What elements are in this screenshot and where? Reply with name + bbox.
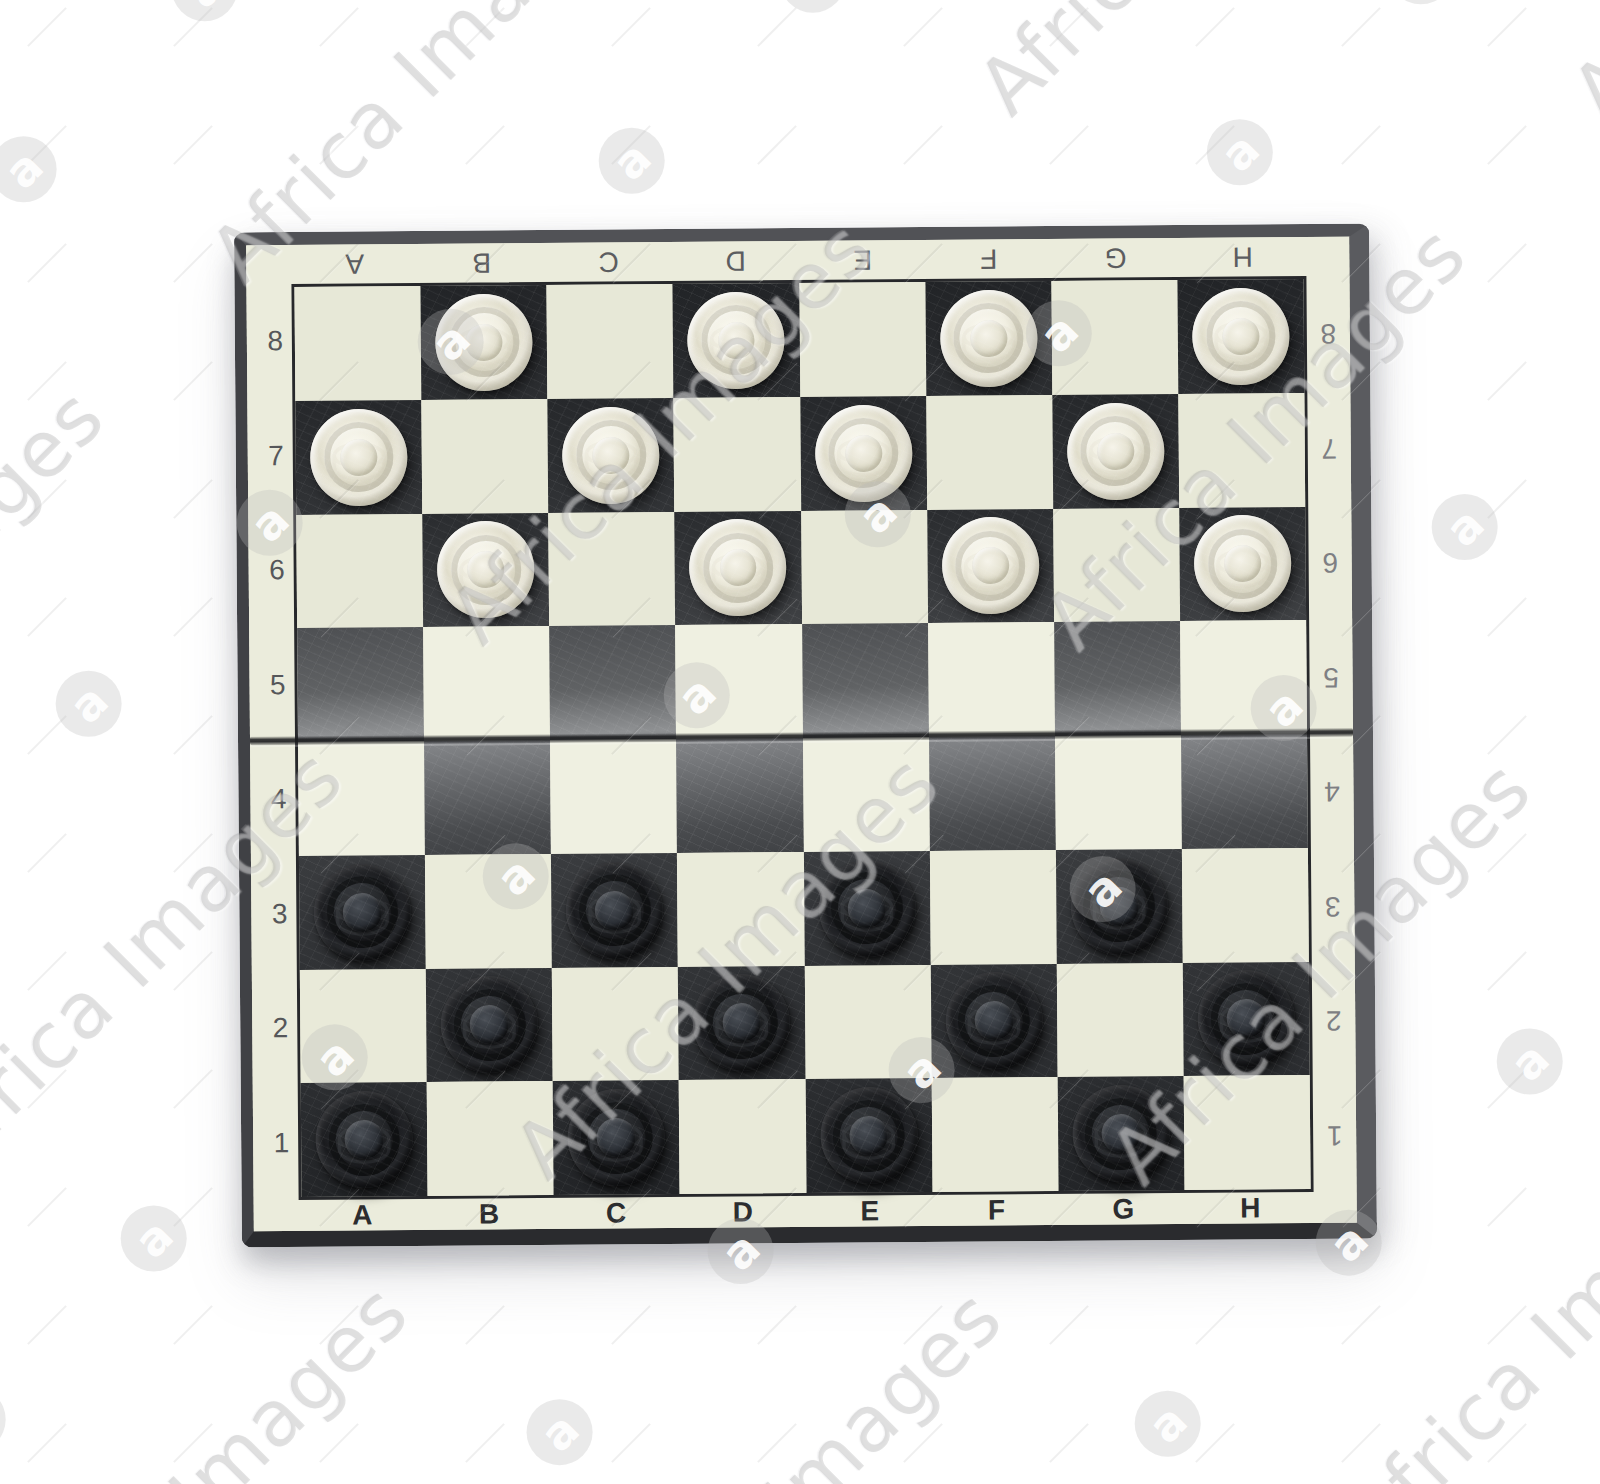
square-C2[interactable] [552,967,679,1082]
scratch-mark [173,1187,213,1227]
rank-label-right-8: 8 [1306,276,1350,391]
scratch-mark [173,361,213,401]
watermark-text: Africa Images [562,1272,1020,1484]
square-D2[interactable]: ⛂ [678,966,805,1081]
scratch-mark [27,951,67,991]
white-checker-H8[interactable]: ⛀ [1192,288,1290,386]
scratch-mark [465,7,505,47]
watermark-logo: a [1418,480,1511,573]
square-A3[interactable]: ⛂ [299,855,426,970]
square-B5[interactable] [423,626,550,741]
white-checker-B6[interactable]: ⛀ [437,521,535,619]
scratch-mark [1487,1069,1527,1109]
square-H3[interactable] [1182,848,1309,963]
watermark-logo: a [585,114,678,207]
scratch-mark [1195,1305,1235,1345]
square-D8[interactable]: ⛀ [673,283,800,398]
scratch-mark [1049,125,1089,165]
scratch-mark [319,1423,359,1463]
file-label-top-F: F [925,239,1052,279]
square-G2[interactable] [1057,963,1184,1078]
square-A2[interactable] [300,968,427,1083]
rank-label-right-5: 5 [1309,619,1353,734]
scratch-mark [27,361,67,401]
file-label-bottom-E: E [806,1195,933,1227]
file-label-top-A: A [291,244,418,284]
watermark-logo: a [1483,1015,1576,1108]
file-label-bottom-G: G [1060,1193,1187,1225]
square-A7[interactable]: ⛀ [295,400,422,515]
square-F4[interactable] [929,736,1056,851]
rank-label-left-8: 8 [246,284,292,399]
rank-label-left-4: 4 [250,742,296,857]
square-D5[interactable] [676,624,803,739]
square-F5[interactable] [928,622,1055,737]
scratch-mark [27,479,67,519]
file-label-bottom-B: B [426,1198,553,1230]
scratch-mark [1487,715,1527,755]
scratch-mark [1487,7,1527,47]
square-G1[interactable]: ⛂ [1057,1076,1184,1191]
square-B2[interactable]: ⛂ [426,967,553,1082]
black-checker-A3[interactable]: ⛂ [314,863,412,961]
watermark-text: Africa Images [0,1266,426,1484]
square-H4[interactable] [1181,734,1308,849]
white-checker-A7[interactable]: ⛀ [310,408,408,506]
square-A6[interactable] [296,514,423,629]
square-C7[interactable]: ⛀ [548,398,675,513]
square-H8[interactable]: ⛀ [1177,279,1304,394]
file-label-bottom-C: C [552,1197,679,1229]
square-G4[interactable] [1055,735,1182,850]
square-H1[interactable] [1184,1075,1311,1190]
black-checker-C3[interactable]: ⛂ [566,861,664,959]
scratch-mark [1195,125,1235,165]
watermark-logo: a [1374,0,1467,18]
checkers-board: ABCDEFGH 87654321 87654321 ABCDEFGH ⛀⛀⛀⛀… [234,224,1377,1248]
white-checker-C7[interactable]: ⛀ [562,406,660,504]
rank-label-right-2: 2 [1312,963,1356,1078]
scratch-mark [1195,1423,1235,1463]
scratch-mark [465,1423,505,1463]
white-checker-B8[interactable]: ⛀ [435,294,533,392]
square-E4[interactable] [803,737,930,852]
square-F6[interactable]: ⛀ [927,509,1054,624]
scratch-mark [173,833,213,873]
scratch-mark [1487,597,1527,637]
square-C4[interactable] [550,739,677,854]
scratch-mark [903,125,943,165]
black-checker-E1[interactable]: ⛂ [820,1087,918,1185]
square-E3[interactable]: ⛂ [803,851,930,966]
square-E2[interactable] [804,965,931,1080]
square-B8[interactable]: ⛀ [421,285,548,400]
scratch-mark [1487,1187,1527,1227]
square-G7[interactable]: ⛀ [1052,394,1179,509]
square-A1[interactable]: ⛂ [301,1082,428,1197]
rank-label-left-6: 6 [248,513,294,628]
square-B7[interactable] [421,399,548,514]
square-H7[interactable] [1178,393,1305,508]
square-G5[interactable] [1054,621,1181,736]
white-checker-H6[interactable]: ⛀ [1194,515,1292,613]
scratch-mark [27,833,67,873]
black-checker-C1[interactable]: ⛂ [568,1089,666,1187]
scratch-mark [1341,1423,1381,1463]
scratch-mark [611,1423,651,1463]
white-checker-D6[interactable]: ⛀ [689,519,787,617]
watermark-logo: a [0,1373,19,1466]
watermark-logo: a [513,1385,606,1478]
black-checker-A1[interactable]: ⛂ [315,1091,413,1189]
scratch-mark [1487,951,1527,991]
scratch-mark [1487,833,1527,873]
square-H2[interactable]: ⛂ [1183,962,1310,1077]
rank-label-left-2: 2 [252,971,298,1086]
square-E7[interactable]: ⛀ [800,396,927,511]
rank-label-right-3: 3 [1311,848,1355,963]
scratch-mark [173,1423,213,1463]
scratch-mark [173,7,213,47]
scratch-mark [27,1069,67,1109]
rank-label-left-5: 5 [249,628,295,743]
watermark-text: Africa Images [961,0,1419,132]
scratch-mark [757,1423,797,1463]
scratch-mark [465,125,505,165]
scratch-mark [611,125,651,165]
scratch-mark [611,1305,651,1345]
rank-label-left-7: 7 [247,399,293,514]
square-H6[interactable]: ⛀ [1179,507,1306,622]
square-C1[interactable]: ⛂ [553,1080,680,1195]
scratch-mark [27,7,67,47]
black-checker-G1[interactable]: ⛂ [1072,1085,1170,1183]
rank-label-right-6: 6 [1308,505,1352,620]
file-label-bottom-H: H [1187,1192,1314,1224]
square-B6[interactable]: ⛀ [422,513,549,628]
scratch-mark [1487,479,1527,519]
scratch-mark [173,597,213,637]
rank-label-right-7: 7 [1307,390,1351,505]
scratch-mark [903,7,943,47]
square-D4[interactable] [676,738,803,853]
square-D7[interactable] [674,397,801,512]
black-checker-F2[interactable]: ⛂ [945,972,1043,1070]
rank-label-right-1: 1 [1313,1077,1357,1192]
file-label-bottom-D: D [679,1196,806,1228]
square-C5[interactable] [549,625,676,740]
watermark-logo: a [1121,1377,1214,1470]
square-A5[interactable] [297,627,424,742]
square-B3[interactable] [425,854,552,969]
square-E1[interactable]: ⛂ [805,1078,932,1193]
square-E8[interactable] [799,282,926,397]
scratch-mark [173,715,213,755]
square-F1[interactable] [931,1077,1058,1192]
scratch-mark [319,125,359,165]
scratch-mark [27,1423,67,1463]
square-F7[interactable] [926,395,1053,510]
watermark-logo: a [1193,106,1286,199]
scratch-mark [27,243,67,283]
scratch-mark [757,125,797,165]
watermark-logo: a [158,0,251,35]
scratch-mark [1341,1305,1381,1345]
scratch-mark [611,7,651,47]
scratch-mark [1049,7,1089,47]
scratch-mark [319,7,359,47]
white-checker-D8[interactable]: ⛀ [687,292,785,390]
scratch-mark [319,1305,359,1345]
watermark-logo: a [107,1192,200,1285]
square-G8[interactable] [1051,280,1178,395]
watermark-logo: a [766,0,859,26]
scratch-mark [1049,1423,1089,1463]
square-C6[interactable] [548,512,675,627]
scratch-mark [757,7,797,47]
scratch-mark [173,243,213,283]
scratch-mark [1341,7,1381,47]
file-label-bottom-A: A [299,1199,426,1231]
watermark-logo: a [0,123,70,216]
black-checker-D2[interactable]: ⛂ [693,974,791,1072]
watermark-text: Africa Images [0,371,122,829]
file-label-top-G: G [1052,238,1179,278]
square-H5[interactable] [1180,620,1307,735]
square-A8[interactable] [294,286,421,401]
scratch-mark [173,125,213,165]
white-checker-E7[interactable]: ⛀ [814,404,912,502]
file-label-top-C: C [545,242,672,282]
scratch-mark [173,1305,213,1345]
rank-label-right-4: 4 [1310,734,1354,849]
scratch-mark [1487,361,1527,401]
rank-label-left-1: 1 [253,1085,299,1200]
file-label-top-H: H [1179,237,1306,277]
watermark-logo: a [42,657,135,750]
square-E5[interactable] [802,623,929,738]
square-G3[interactable]: ⛂ [1056,849,1183,964]
scratch-mark [27,597,67,637]
black-checker-G3[interactable]: ⛂ [1070,857,1168,955]
square-D3[interactable] [677,852,804,967]
rank-label-left-3: 3 [251,857,297,972]
square-E6[interactable] [801,510,928,625]
scratch-mark [173,1069,213,1109]
scratch-mark [903,1423,943,1463]
scratch-mark [757,1305,797,1345]
white-checker-F6[interactable]: ⛀ [941,517,1039,615]
square-F3[interactable] [930,850,1057,965]
watermark-text: Africa Images [1555,0,1600,137]
square-D6[interactable]: ⛀ [675,511,802,626]
scratch-mark [27,125,67,165]
square-B4[interactable] [424,740,551,855]
scratch-mark [1487,125,1527,165]
black-checker-B2[interactable]: ⛂ [441,976,539,1074]
scratch-mark [1195,7,1235,47]
square-D1[interactable] [679,1079,806,1194]
watermark-text: Africa Images [0,0,57,295]
file-label-top-B: B [418,243,545,283]
square-B1[interactable] [427,1081,554,1196]
scratch-mark [1487,1423,1527,1463]
scratch-mark [1487,1305,1527,1345]
white-checker-F8[interactable]: ⛀ [940,290,1038,388]
square-C8[interactable] [547,284,674,399]
file-label-top-E: E [799,240,926,280]
scratch-mark [903,1305,943,1345]
scratch-mark [1049,1305,1089,1345]
square-A4[interactable] [298,741,425,856]
black-checker-E3[interactable]: ⛂ [818,859,916,957]
scratch-mark [1341,125,1381,165]
white-checker-G7[interactable]: ⛀ [1067,402,1165,500]
square-F2[interactable]: ⛂ [930,964,1057,1079]
square-G6[interactable] [1053,508,1180,623]
scratch-mark [173,479,213,519]
scratch-mark [27,1305,67,1345]
scratch-mark [173,951,213,991]
black-checker-H2[interactable]: ⛂ [1197,970,1295,1068]
scratch-mark [465,1305,505,1345]
scratch-mark [27,1187,67,1227]
scratch-mark [27,715,67,755]
file-label-top-D: D [672,241,799,281]
file-label-bottom-F: F [933,1194,1060,1226]
square-F8[interactable]: ⛀ [925,281,1052,396]
square-C3[interactable]: ⛂ [551,853,678,968]
photo-stage: ABCDEFGH 87654321 87654321 ABCDEFGH ⛀⛀⛀⛀… [0,0,1600,1484]
scratch-mark [1487,243,1527,283]
